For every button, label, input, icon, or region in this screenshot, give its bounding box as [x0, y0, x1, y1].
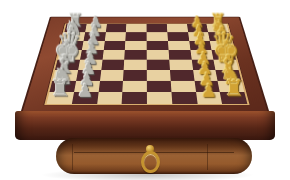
board-square-r4c2[interactable] [101, 60, 125, 70]
board-square-r1c3[interactable] [126, 32, 147, 41]
board-square-r5c0[interactable] [52, 70, 78, 81]
board-square-r1c4[interactable] [147, 32, 168, 41]
board-square-r3c0[interactable] [58, 50, 82, 60]
drawer-seam-left [72, 144, 73, 170]
board-square-r2c0[interactable] [60, 41, 83, 50]
chess-board-grid [44, 23, 249, 105]
board-square-r6c3[interactable] [123, 80, 147, 91]
piece-silver-N[interactable]: ♞ [64, 17, 83, 38]
board-square-r6c7[interactable] [218, 80, 245, 91]
board-square-r5c4[interactable] [147, 70, 171, 81]
piece-gold-P[interactable]: ♟ [191, 15, 205, 30]
piece-gold-B[interactable]: ♝ [217, 52, 240, 77]
board-square-r0c6[interactable] [187, 24, 209, 32]
board-square-r6c2[interactable] [98, 80, 123, 91]
piece-silver-P[interactable]: ♟ [79, 71, 95, 89]
board-square-r5c5[interactable] [170, 70, 194, 81]
piece-silver-R[interactable]: ♜ [50, 78, 70, 100]
board-square-r6c5[interactable] [170, 80, 195, 91]
board-square-r4c5[interactable] [169, 60, 193, 70]
board-square-r5c3[interactable] [123, 70, 147, 81]
piece-layer: ♜♟♟♜♞♟♟♞♝♟♟♝♛♟♟♛♚♟♟♚♝♟♟♝♞♟♟♞♜♟♟♜ [46, 24, 247, 104]
piece-gold-Q[interactable]: ♛ [212, 29, 237, 56]
board-square-r7c2[interactable] [97, 92, 123, 104]
piece-silver-P[interactable]: ♟ [89, 15, 103, 30]
board-square-r5c2[interactable] [100, 70, 124, 81]
board-square-r7c5[interactable] [171, 92, 197, 104]
board-square-r7c0[interactable] [46, 92, 73, 104]
piece-silver-K[interactable]: ♚ [54, 37, 81, 67]
board-square-r0c7[interactable] [207, 24, 229, 32]
piece-gold-P[interactable]: ♟ [199, 71, 215, 89]
board-square-r1c2[interactable] [104, 32, 126, 41]
board-square-r4c1[interactable] [78, 60, 102, 70]
board-top-surface: ♜♟♟♜♞♟♟♞♝♟♟♝♛♟♟♛♚♟♟♚♝♟♟♝♞♟♟♞♜♟♟♜ [20, 17, 270, 114]
drawer-ring-pull-icon [141, 151, 160, 173]
piece-silver-N[interactable]: ♞ [52, 64, 74, 88]
board-square-r0c1[interactable] [85, 24, 107, 32]
piece-silver-R[interactable]: ♜ [67, 12, 83, 30]
board-square-r2c5[interactable] [168, 41, 190, 50]
piece-gold-K[interactable]: ♚ [213, 37, 240, 67]
board-square-r4c0[interactable] [55, 60, 80, 70]
board-front-edge [15, 111, 275, 140]
piece-silver-P[interactable]: ♟ [82, 50, 97, 67]
board-square-r3c3[interactable] [124, 50, 146, 60]
board-square-r7c3[interactable] [122, 92, 147, 104]
board-square-r7c1[interactable] [72, 92, 99, 104]
chess-set-photo: ♜♟♟♜♞♟♟♞♝♟♟♝♛♟♟♛♚♟♟♚♝♟♟♝♞♟♟♞♜♟♟♜ [0, 0, 290, 180]
board-square-r3c2[interactable] [102, 50, 125, 60]
board-square-r1c1[interactable] [83, 32, 105, 41]
board-square-r7c7[interactable] [220, 92, 247, 104]
piece-gold-N[interactable]: ♞ [220, 64, 242, 88]
board-square-r6c4[interactable] [147, 80, 171, 91]
piece-silver-B[interactable]: ♝ [61, 24, 82, 47]
board-square-r2c2[interactable] [103, 41, 125, 50]
piece-gold-N[interactable]: ♞ [210, 17, 229, 38]
board-square-r7c4[interactable] [147, 92, 172, 104]
board-square-r0c0[interactable] [64, 24, 86, 32]
board-square-r3c4[interactable] [147, 50, 169, 60]
board-square-r6c0[interactable] [50, 80, 76, 91]
board-square-r2c1[interactable] [82, 41, 105, 50]
piece-gold-P[interactable]: ♟ [192, 23, 206, 38]
board-square-r0c4[interactable] [147, 24, 168, 32]
board-square-r3c5[interactable] [168, 50, 191, 60]
board-square-r5c7[interactable] [216, 70, 242, 81]
piece-gold-P[interactable]: ♟ [198, 60, 213, 77]
board-square-r3c1[interactable] [80, 50, 103, 60]
board-square-r2c6[interactable] [189, 41, 212, 50]
piece-silver-Q[interactable]: ♛ [57, 29, 82, 56]
piece-silver-P[interactable]: ♟ [81, 60, 96, 77]
piece-gold-R[interactable]: ♜ [224, 78, 244, 100]
board-square-r0c5[interactable] [167, 24, 188, 32]
board-square-r1c0[interactable] [62, 32, 85, 41]
piece-silver-P[interactable]: ♟ [77, 82, 93, 100]
piece-gold-P[interactable]: ♟ [201, 82, 217, 100]
piece-gold-P[interactable]: ♟ [196, 50, 211, 67]
board-square-r4c7[interactable] [214, 60, 239, 70]
board-square-r1c7[interactable] [208, 32, 231, 41]
board-square-r5c6[interactable] [193, 70, 218, 81]
board-square-r2c7[interactable] [210, 41, 233, 50]
board-square-r4c6[interactable] [191, 60, 215, 70]
board-square-r0c2[interactable] [105, 24, 126, 32]
board-square-r5c1[interactable] [76, 70, 101, 81]
piece-silver-P[interactable]: ♟ [86, 31, 100, 47]
board-square-r0c3[interactable] [126, 24, 147, 32]
board-square-r6c6[interactable] [194, 80, 220, 91]
board-square-r4c3[interactable] [124, 60, 147, 70]
piece-silver-B[interactable]: ♝ [53, 52, 76, 77]
board-square-r2c4[interactable] [147, 41, 169, 50]
board-square-r1c5[interactable] [167, 32, 189, 41]
board-square-r6c1[interactable] [74, 80, 100, 91]
piece-gold-R[interactable]: ♜ [210, 12, 226, 30]
board-square-r3c6[interactable] [190, 50, 214, 60]
board-square-r2c3[interactable] [125, 41, 147, 50]
drawer-seam-right [207, 144, 208, 170]
piece-gold-B[interactable]: ♝ [211, 24, 232, 47]
board-square-r7c6[interactable] [196, 92, 223, 104]
piece-silver-P[interactable]: ♟ [84, 40, 99, 56]
piece-silver-P[interactable]: ♟ [87, 23, 101, 38]
piece-gold-P[interactable]: ♟ [193, 31, 207, 47]
board-square-r4c4[interactable] [147, 60, 170, 70]
board-square-r1c6[interactable] [188, 32, 210, 41]
piece-gold-P[interactable]: ♟ [195, 40, 210, 56]
board-square-r3c7[interactable] [212, 50, 236, 60]
